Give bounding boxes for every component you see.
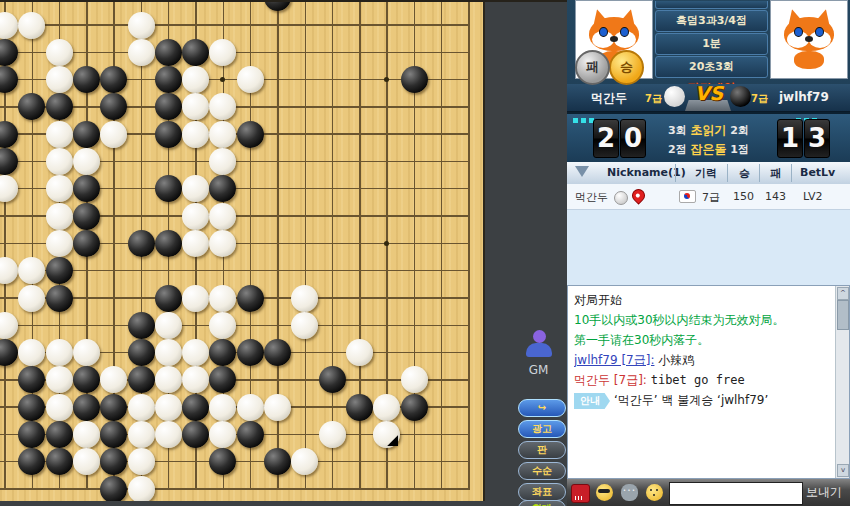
black-stone	[264, 339, 291, 366]
black-stone	[73, 394, 100, 421]
vs-label: VS	[687, 82, 731, 104]
speech-bubble-icon[interactable]	[621, 484, 638, 501]
white-stone	[100, 121, 127, 148]
star-point	[384, 241, 389, 246]
location-pin-icon	[629, 186, 647, 204]
window-top-border	[0, 0, 567, 2]
white-stone	[46, 39, 73, 66]
byoyomi-info: 20초3회	[655, 56, 768, 78]
right-counter-digit: 1	[777, 119, 803, 158]
white-stone	[46, 66, 73, 93]
right-player-rank: 7급	[751, 92, 768, 106]
white-stone-icon	[664, 86, 685, 107]
white-stone	[291, 285, 318, 312]
chat-message: 第一手请在30秒内落子。	[574, 332, 832, 349]
player-row[interactable]: 먹간두 7급 150 143 LV2	[567, 184, 850, 210]
col-rank: 기력	[695, 166, 717, 181]
white-stone	[209, 39, 236, 66]
black-stone	[128, 312, 155, 339]
left-player-rank: 7급	[645, 92, 662, 106]
black-stone	[155, 66, 182, 93]
black-stone	[237, 339, 264, 366]
black-stone	[155, 175, 182, 202]
row-losses: 143	[765, 190, 786, 203]
white-stone	[155, 312, 182, 339]
white-stone	[373, 394, 400, 421]
white-stone	[46, 175, 73, 202]
white-stone	[18, 12, 45, 39]
chat-message: 对局开始	[574, 292, 832, 309]
white-stone	[264, 394, 291, 421]
chat-panel: 对局开始 10手以内或30秒以内结束为无效对局。 第一手请在30秒内落子。 jw…	[567, 285, 850, 479]
white-stone	[155, 339, 182, 366]
white-stone	[18, 285, 45, 312]
white-stone	[46, 121, 73, 148]
right-player-avatar	[770, 0, 848, 79]
last-move-marker	[387, 435, 398, 446]
white-stone-icon	[614, 191, 628, 205]
black-stone	[128, 230, 155, 257]
player-table: Nickname(1) 기력 승 패 BetLv 먹간두 7급 150 143 …	[567, 162, 850, 285]
captures-line: 2점 잡은돌 1점	[627, 141, 790, 158]
send-button[interactable]: 보내기	[803, 484, 845, 501]
black-stone	[46, 93, 73, 120]
scrollbar-thumb[interactable]	[837, 300, 849, 330]
white-stone	[209, 121, 236, 148]
left-player-name: 먹간두	[591, 90, 627, 107]
white-stone	[73, 421, 100, 448]
black-stone	[319, 366, 346, 393]
go-board-panel	[0, 0, 567, 506]
white-stone	[319, 421, 346, 448]
white-stone	[182, 66, 209, 93]
black-stone	[346, 394, 373, 421]
white-stone	[209, 394, 236, 421]
score-panel: 2 0 3회 초읽기 2회 2점 잡은돌 1점 1 3	[567, 112, 850, 166]
black-stone	[128, 339, 155, 366]
white-stone	[128, 394, 155, 421]
chat-message: 먹간두 [7급]: tibet go free	[574, 372, 832, 389]
white-stone	[128, 12, 155, 39]
col-betlv: BetLv	[800, 166, 835, 179]
loss-medal: 패	[575, 50, 610, 85]
black-stone	[46, 257, 73, 284]
emoticon-cool-icon[interactable]	[596, 484, 613, 501]
row-wins: 150	[733, 190, 754, 203]
go-board[interactable]	[0, 0, 485, 501]
black-stone	[401, 66, 428, 93]
black-stone	[155, 230, 182, 257]
right-counter-digit: 3	[804, 119, 830, 158]
win-medal: 승	[609, 50, 644, 85]
players-bar: 먹간두 7급 VS 7급 jwlhf79	[567, 84, 850, 112]
white-stone	[182, 203, 209, 230]
black-stone	[100, 476, 127, 501]
chat-scrollbar[interactable]: ^ v	[835, 286, 849, 478]
white-stone	[401, 366, 428, 393]
col-losses: 패	[770, 166, 781, 181]
row-name: 먹간두	[575, 190, 608, 205]
black-stone	[155, 39, 182, 66]
korea-flag-icon	[679, 190, 696, 203]
white-stone	[209, 285, 236, 312]
black-stone	[46, 285, 73, 312]
ad-button[interactable]: 광고	[518, 420, 566, 438]
black-stone	[73, 230, 100, 257]
white-stone	[73, 339, 100, 366]
scroll-down-icon[interactable]: v	[837, 464, 849, 477]
black-stone	[73, 203, 100, 230]
black-stone	[100, 394, 127, 421]
black-stone	[237, 285, 264, 312]
white-stone	[291, 312, 318, 339]
black-stone	[73, 66, 100, 93]
col-wins: 승	[739, 166, 750, 181]
black-stone	[155, 121, 182, 148]
game-info-panel: 승 패 흑덤3과3/4점 1분 20초3회 전적내역 먹간두 7급 VS 7급 …	[567, 0, 850, 506]
star-point	[384, 77, 389, 82]
white-stone	[46, 230, 73, 257]
black-stone-icon	[730, 86, 751, 107]
right-player-name: jwlhf79	[779, 90, 829, 104]
byoyomi-line: 3회 초읽기 2회	[627, 122, 790, 139]
black-stone	[182, 394, 209, 421]
col-nickname: Nickname(1)	[607, 166, 686, 179]
white-stone	[46, 366, 73, 393]
white-stone	[155, 421, 182, 448]
white-stone	[155, 366, 182, 393]
black-stone	[155, 93, 182, 120]
black-stone	[100, 421, 127, 448]
zoom-button[interactable]: 확대	[518, 500, 566, 506]
white-stone	[46, 394, 73, 421]
row-betlv: LV2	[803, 190, 822, 203]
white-stone	[128, 421, 155, 448]
white-stone	[209, 312, 236, 339]
left-counter-digit: 2	[593, 119, 619, 158]
star-point	[220, 77, 225, 82]
white-stone	[237, 394, 264, 421]
moves-button[interactable]: 수순	[518, 462, 566, 480]
black-stone	[128, 366, 155, 393]
share-icon: ↪	[538, 402, 546, 413]
table-header: Nickname(1) 기력 승 패 BetLv	[567, 162, 850, 185]
black-stone	[73, 121, 100, 148]
gm-label: GM	[510, 363, 567, 377]
komi-info: 흑덤3과3/4점	[655, 10, 768, 32]
black-stone	[18, 394, 45, 421]
filter-icon[interactable]	[575, 166, 589, 177]
white-stone	[182, 285, 209, 312]
board-button[interactable]: 판	[518, 441, 566, 459]
white-stone	[46, 339, 73, 366]
main-time-info: 1분	[655, 33, 768, 55]
emoticon-smile-icon[interactable]	[646, 484, 663, 501]
chat-input[interactable]	[669, 482, 803, 505]
black-stone	[46, 448, 73, 475]
white-stone	[73, 148, 100, 175]
notice-badge: 안내	[574, 393, 610, 409]
black-stone	[46, 421, 73, 448]
white-stone	[128, 476, 155, 501]
white-stone	[346, 339, 373, 366]
black-stone	[237, 121, 264, 148]
chat-message: 안내‘먹간두’ 백 불계승 ‘jwlhf79’	[574, 392, 832, 409]
chat-message: 10手以内或30秒以内结束为无效对局。	[574, 312, 832, 329]
black-stone	[237, 421, 264, 448]
info-row-cut	[655, 1, 768, 9]
scroll-up-icon[interactable]: ^	[837, 287, 849, 300]
white-stone	[182, 230, 209, 257]
chat-message: jwlhf79 [7급]: 小辣鸡	[574, 352, 832, 369]
white-stone	[182, 339, 209, 366]
white-stone	[155, 394, 182, 421]
white-stone	[128, 39, 155, 66]
black-stone	[73, 175, 100, 202]
emoticon-red-icon[interactable]	[571, 484, 590, 503]
white-stone	[209, 203, 236, 230]
black-stone	[401, 394, 428, 421]
white-stone	[128, 448, 155, 475]
black-stone	[182, 421, 209, 448]
black-stone	[182, 39, 209, 66]
gm-avatar-icon	[526, 330, 552, 362]
white-stone	[182, 121, 209, 148]
chat-composer: 보내기	[567, 479, 850, 506]
white-stone	[46, 203, 73, 230]
row-rank: 7급	[702, 190, 720, 205]
white-stone	[46, 148, 73, 175]
black-stone	[155, 285, 182, 312]
gm-column: GM ↪ 광고 판 수순 좌표 확대	[510, 0, 567, 506]
white-stone	[237, 66, 264, 93]
white-stone	[373, 421, 400, 448]
white-stone	[73, 448, 100, 475]
coords-button[interactable]: 좌표	[518, 483, 566, 501]
fox-mascot-icon	[782, 9, 836, 71]
share-button[interactable]: ↪	[518, 399, 566, 417]
